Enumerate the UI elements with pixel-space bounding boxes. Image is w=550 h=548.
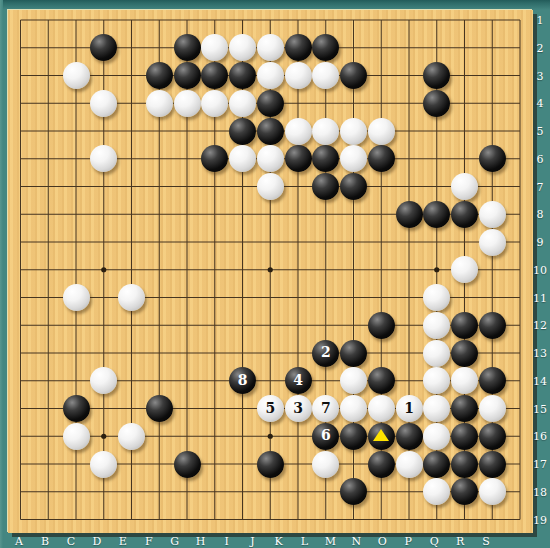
stone-black [451, 312, 478, 339]
stone-black [451, 423, 478, 450]
stone-white [285, 62, 312, 89]
column-label-R: R [456, 536, 464, 547]
row-label-17: 17 [533, 459, 547, 470]
stone-black [146, 395, 173, 422]
column-label-H: H [196, 536, 206, 547]
stone-white [312, 118, 339, 145]
row-label-8: 8 [537, 209, 544, 220]
stone-black [340, 173, 367, 200]
stone-black [229, 62, 256, 89]
row-label-11: 11 [533, 292, 547, 303]
row-label-4: 4 [537, 98, 544, 109]
stone-black [368, 145, 395, 172]
stone-white [479, 478, 506, 505]
stone-white [174, 90, 201, 117]
row-label-13: 13 [533, 348, 547, 359]
stone-white [423, 423, 450, 450]
stone-white [423, 340, 450, 367]
stone-black [396, 423, 423, 450]
stone-white [340, 395, 367, 422]
stone-black [396, 201, 423, 228]
row-label-2: 2 [537, 42, 544, 53]
stone-white [340, 118, 367, 145]
row-label-18: 18 [533, 486, 547, 497]
column-label-A: A [15, 536, 23, 547]
move-number: 8 [238, 373, 248, 387]
stone-black [451, 451, 478, 478]
column-label-J: J [250, 536, 254, 547]
column-label-B: B [41, 536, 49, 547]
column-label-D: D [92, 536, 101, 547]
stone-black [63, 395, 90, 422]
move-number: 4 [293, 373, 303, 387]
stone-black [174, 62, 201, 89]
row-label-14: 14 [533, 375, 547, 386]
stone-white: 3 [285, 395, 312, 422]
stone-black [174, 451, 201, 478]
stone-black [368, 423, 395, 450]
column-label-G: G [170, 536, 179, 547]
stone-white [368, 395, 395, 422]
stone-black [285, 145, 312, 172]
move-number: 3 [293, 401, 303, 415]
stone-black [257, 90, 284, 117]
stone-white [63, 423, 90, 450]
column-label-S: S [482, 536, 490, 547]
stone-black: 6 [312, 423, 339, 450]
column-label-N: N [352, 536, 362, 547]
stone-white: 1 [396, 395, 423, 422]
column-label-E: E [119, 536, 127, 547]
move-number: 1 [404, 401, 414, 415]
row-label-1: 1 [537, 15, 544, 26]
stone-black [285, 34, 312, 61]
stone-white [118, 423, 145, 450]
column-label-M: M [325, 536, 336, 547]
stone-white: 5 [257, 395, 284, 422]
stone-black [451, 201, 478, 228]
stone-white [479, 395, 506, 422]
row-label-9: 9 [537, 237, 544, 248]
stone-black [340, 62, 367, 89]
row-label-16: 16 [533, 431, 547, 442]
column-label-Q: Q [430, 536, 439, 547]
stone-white [479, 229, 506, 256]
row-label-15: 15 [533, 403, 547, 414]
column-label-K: K [274, 536, 282, 547]
go-board-app: 28453716 ABCDEFGHIJKLMNOPQRS 12345678910… [0, 0, 550, 548]
stone-white [63, 62, 90, 89]
stone-black: 4 [285, 367, 312, 394]
column-label-P: P [405, 536, 412, 547]
stone-white [257, 34, 284, 61]
stone-black [174, 34, 201, 61]
row-label-5: 5 [537, 126, 544, 137]
stone-black: 2 [312, 340, 339, 367]
move-number: 5 [265, 401, 275, 415]
stone-black [479, 451, 506, 478]
row-label-12: 12 [533, 320, 547, 331]
stone-black [451, 395, 478, 422]
stone-black [423, 201, 450, 228]
row-label-3: 3 [537, 70, 544, 81]
stone-white [229, 90, 256, 117]
row-label-6: 6 [537, 153, 544, 164]
move-number: 2 [321, 345, 331, 359]
stone-white [257, 145, 284, 172]
column-label-L: L [301, 536, 308, 547]
stone-white [312, 451, 339, 478]
triangle-marker [373, 429, 389, 441]
stone-white [396, 451, 423, 478]
stone-black [257, 118, 284, 145]
stone-black [451, 340, 478, 367]
stone-white [90, 451, 117, 478]
stone-white [201, 90, 228, 117]
stone-white [146, 90, 173, 117]
goban[interactable]: 28453716 [8, 10, 533, 533]
row-label-10: 10 [533, 264, 547, 275]
stone-white [479, 201, 506, 228]
stone-black [340, 423, 367, 450]
stone-black [340, 340, 367, 367]
stone-black [423, 90, 450, 117]
stone-white [451, 173, 478, 200]
stone-black [423, 451, 450, 478]
stone-black [229, 118, 256, 145]
column-label-O: O [378, 536, 387, 547]
move-number: 6 [321, 428, 331, 442]
stone-black [479, 145, 506, 172]
stone-white [63, 284, 90, 311]
stone-black [146, 62, 173, 89]
stone-white [257, 173, 284, 200]
stone-black [257, 451, 284, 478]
stone-white [257, 62, 284, 89]
stone-black [368, 451, 395, 478]
stone-white [90, 90, 117, 117]
move-number: 7 [321, 401, 331, 415]
stone-black [479, 423, 506, 450]
stone-black [479, 367, 506, 394]
stone-white [423, 312, 450, 339]
stone-white [368, 118, 395, 145]
column-label-F: F [145, 536, 153, 547]
row-label-7: 7 [537, 181, 544, 192]
column-label-I: I [224, 536, 228, 547]
stone-black [479, 312, 506, 339]
stone-white [285, 118, 312, 145]
row-label-19: 19 [533, 514, 547, 525]
stone-black [368, 367, 395, 394]
stone-white [118, 284, 145, 311]
column-label-C: C [67, 536, 75, 547]
stone-black [368, 312, 395, 339]
